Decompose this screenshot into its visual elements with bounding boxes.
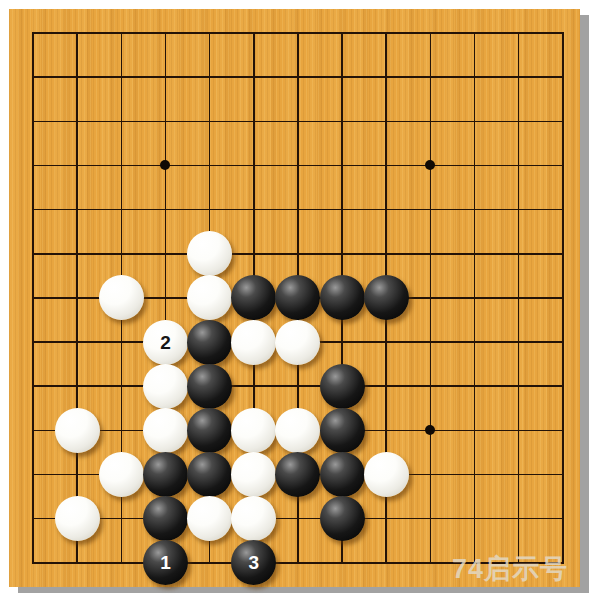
stone-white[interactable] [55, 408, 100, 453]
watermark-text: 74启示号 [452, 551, 568, 587]
star-point [425, 425, 435, 435]
stone-white[interactable] [187, 496, 232, 541]
stone-black[interactable] [187, 452, 232, 497]
go-board[interactable]: 213 [9, 9, 580, 587]
stone-white[interactable] [187, 275, 232, 320]
star-point [425, 160, 435, 170]
stone-black[interactable] [187, 408, 232, 453]
grid-line-vertical [562, 32, 564, 563]
page: 213 74启示号 [0, 0, 600, 600]
stone-black[interactable] [231, 275, 276, 320]
stone-white[interactable] [99, 275, 144, 320]
stone-white[interactable] [231, 452, 276, 497]
move-number-label: 2 [160, 320, 171, 365]
move-number-label: 3 [248, 540, 259, 585]
stone-white[interactable] [231, 496, 276, 541]
stone-black[interactable] [364, 275, 409, 320]
grid-line-horizontal [32, 385, 563, 387]
grid-line-vertical [474, 32, 476, 563]
stone-white[interactable] [187, 231, 232, 276]
stone-white[interactable] [275, 408, 320, 453]
stone-white[interactable] [364, 452, 409, 497]
stone-white[interactable] [231, 320, 276, 365]
grid-line-vertical [430, 32, 432, 563]
stone-black[interactable] [320, 496, 365, 541]
stone-black[interactable] [275, 275, 320, 320]
stone-black[interactable] [320, 408, 365, 453]
stone-white[interactable] [99, 452, 144, 497]
stone-black[interactable]: 1 [143, 540, 188, 585]
stone-black[interactable] [187, 320, 232, 365]
stone-white[interactable]: 2 [143, 320, 188, 365]
star-point [160, 160, 170, 170]
stone-black[interactable]: 3 [231, 540, 276, 585]
stone-black[interactable] [143, 496, 188, 541]
stone-white[interactable] [231, 408, 276, 453]
stone-white[interactable] [143, 364, 188, 409]
stone-white[interactable] [275, 320, 320, 365]
stone-black[interactable] [320, 452, 365, 497]
grid-line-horizontal [32, 518, 563, 520]
stone-black[interactable] [187, 364, 232, 409]
stone-white[interactable] [55, 496, 100, 541]
stone-black[interactable] [143, 452, 188, 497]
grid-line-vertical [518, 32, 520, 563]
stone-black[interactable] [320, 364, 365, 409]
move-number-label: 1 [160, 540, 171, 585]
stone-black[interactable] [275, 452, 320, 497]
stone-black[interactable] [320, 275, 365, 320]
stone-white[interactable] [143, 408, 188, 453]
